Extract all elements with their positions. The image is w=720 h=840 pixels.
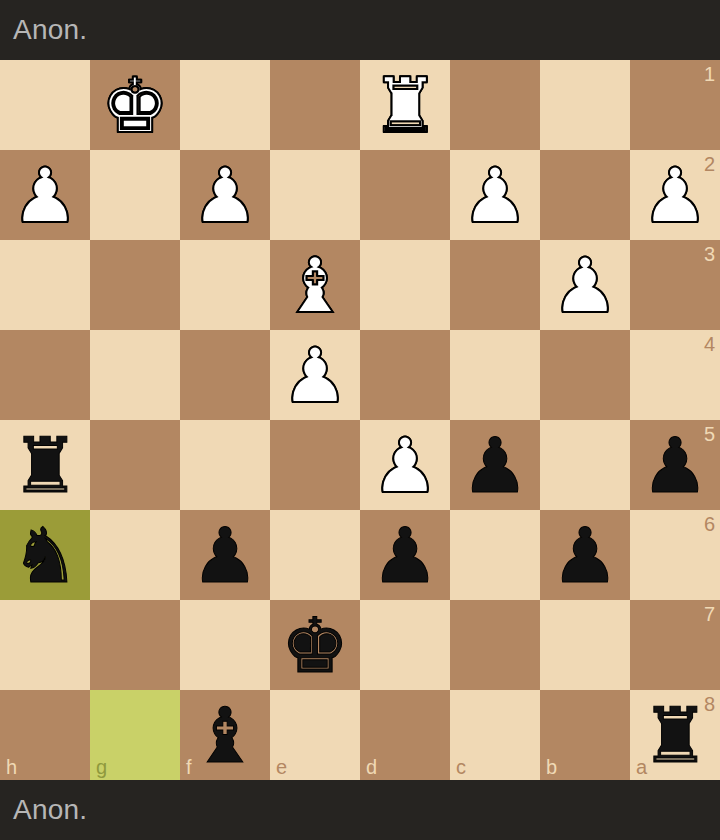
square-c2[interactable]: ♟ xyxy=(450,150,540,240)
square-h8[interactable]: h xyxy=(0,690,90,780)
square-g8[interactable]: g xyxy=(90,690,180,780)
square-f3[interactable] xyxy=(180,240,270,330)
square-h7[interactable] xyxy=(0,600,90,690)
square-h2[interactable]: ♟ xyxy=(0,150,90,240)
bottom-player-name: Anon. xyxy=(13,794,87,826)
square-h4[interactable] xyxy=(0,330,90,420)
square-d2[interactable] xyxy=(360,150,450,240)
square-h6[interactable]: ♞ xyxy=(0,510,90,600)
rank-label-1: 1 xyxy=(704,64,715,84)
square-a4[interactable]: 4 xyxy=(630,330,720,420)
white-pawn-c2[interactable]: ♟ xyxy=(450,150,540,240)
black-bishop-f8[interactable]: ♝ xyxy=(180,690,270,780)
square-d5[interactable]: ♟ xyxy=(360,420,450,510)
square-c8[interactable]: c xyxy=(450,690,540,780)
white-pawn-a2[interactable]: ♟ xyxy=(630,150,720,240)
rank-label-3: 3 xyxy=(704,244,715,264)
black-pawn-b6[interactable]: ♟ xyxy=(540,510,630,600)
square-a6[interactable]: 6 xyxy=(630,510,720,600)
square-g1[interactable]: ♚ xyxy=(90,60,180,150)
square-d3[interactable] xyxy=(360,240,450,330)
square-a8[interactable]: ♜8a xyxy=(630,690,720,780)
black-knight-h6[interactable]: ♞ xyxy=(0,510,90,600)
square-e1[interactable] xyxy=(270,60,360,150)
square-b1[interactable] xyxy=(540,60,630,150)
black-pawn-f6[interactable]: ♟ xyxy=(180,510,270,600)
square-g5[interactable] xyxy=(90,420,180,510)
square-a1[interactable]: 1 xyxy=(630,60,720,150)
file-label-c: c xyxy=(456,757,466,777)
square-d7[interactable] xyxy=(360,600,450,690)
black-pawn-a5[interactable]: ♟ xyxy=(630,420,720,510)
square-b7[interactable] xyxy=(540,600,630,690)
square-e3[interactable]: ♝ xyxy=(270,240,360,330)
white-king-g1[interactable]: ♚ xyxy=(90,60,180,150)
bottom-player-bar: Anon. xyxy=(0,780,720,840)
black-rook-h5[interactable]: ♜ xyxy=(0,420,90,510)
black-king-e7[interactable]: ♚ xyxy=(270,600,360,690)
top-player-name: Anon. xyxy=(13,14,87,46)
square-e2[interactable] xyxy=(270,150,360,240)
black-pawn-c5[interactable]: ♟ xyxy=(450,420,540,510)
square-f4[interactable] xyxy=(180,330,270,420)
square-a7[interactable]: 7 xyxy=(630,600,720,690)
square-e6[interactable] xyxy=(270,510,360,600)
white-bishop-e3[interactable]: ♝ xyxy=(270,240,360,330)
square-d4[interactable] xyxy=(360,330,450,420)
white-pawn-f2[interactable]: ♟ xyxy=(180,150,270,240)
chess-board: ♚♜1♟♟♟♟2♝♟3♟4♜♟♟♟5♞♟♟♟6♚7hg♝fedcb♜8a xyxy=(0,60,720,780)
square-h3[interactable] xyxy=(0,240,90,330)
square-b3[interactable]: ♟ xyxy=(540,240,630,330)
square-c4[interactable] xyxy=(450,330,540,420)
square-g7[interactable] xyxy=(90,600,180,690)
white-pawn-b3[interactable]: ♟ xyxy=(540,240,630,330)
file-label-b: b xyxy=(546,757,557,777)
black-pawn-d6[interactable]: ♟ xyxy=(360,510,450,600)
square-h1[interactable] xyxy=(0,60,90,150)
rank-label-4: 4 xyxy=(704,334,715,354)
white-pawn-d5[interactable]: ♟ xyxy=(360,420,450,510)
square-f8[interactable]: ♝f xyxy=(180,690,270,780)
top-player-bar: Anon. xyxy=(0,0,720,60)
white-pawn-h2[interactable]: ♟ xyxy=(0,150,90,240)
square-g2[interactable] xyxy=(90,150,180,240)
file-label-e: e xyxy=(276,757,287,777)
file-label-g: g xyxy=(96,757,107,777)
square-d6[interactable]: ♟ xyxy=(360,510,450,600)
square-a2[interactable]: ♟2 xyxy=(630,150,720,240)
square-e4[interactable]: ♟ xyxy=(270,330,360,420)
square-f5[interactable] xyxy=(180,420,270,510)
square-f6[interactable]: ♟ xyxy=(180,510,270,600)
square-c1[interactable] xyxy=(450,60,540,150)
square-g4[interactable] xyxy=(90,330,180,420)
square-d1[interactable]: ♜ xyxy=(360,60,450,150)
square-h5[interactable]: ♜ xyxy=(0,420,90,510)
square-f7[interactable] xyxy=(180,600,270,690)
square-b8[interactable]: b xyxy=(540,690,630,780)
square-e8[interactable]: e xyxy=(270,690,360,780)
square-c6[interactable] xyxy=(450,510,540,600)
square-f2[interactable]: ♟ xyxy=(180,150,270,240)
square-a3[interactable]: 3 xyxy=(630,240,720,330)
square-f1[interactable] xyxy=(180,60,270,150)
square-d8[interactable]: d xyxy=(360,690,450,780)
rank-label-6: 6 xyxy=(704,514,715,534)
white-pawn-e4[interactable]: ♟ xyxy=(270,330,360,420)
square-a5[interactable]: ♟5 xyxy=(630,420,720,510)
square-g3[interactable] xyxy=(90,240,180,330)
square-c5[interactable]: ♟ xyxy=(450,420,540,510)
square-c7[interactable] xyxy=(450,600,540,690)
square-c3[interactable] xyxy=(450,240,540,330)
square-e7[interactable]: ♚ xyxy=(270,600,360,690)
square-b5[interactable] xyxy=(540,420,630,510)
square-g6[interactable] xyxy=(90,510,180,600)
file-label-d: d xyxy=(366,757,377,777)
file-label-h: h xyxy=(6,757,17,777)
white-rook-d1[interactable]: ♜ xyxy=(360,60,450,150)
square-b2[interactable] xyxy=(540,150,630,240)
square-b6[interactable]: ♟ xyxy=(540,510,630,600)
rank-label-7: 7 xyxy=(704,604,715,624)
black-rook-a8[interactable]: ♜ xyxy=(630,690,720,780)
square-b4[interactable] xyxy=(540,330,630,420)
square-e5[interactable] xyxy=(270,420,360,510)
